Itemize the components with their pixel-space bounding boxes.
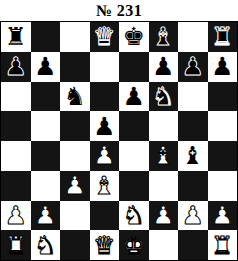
square-g7: ♟ bbox=[178, 52, 208, 82]
chess-board: ♜♛♚♝♜♟♟♟♟♟♞♟♞♟♟♝♝♟♝♟♟♞♟♟♟♜♞♛♚♜ bbox=[0, 21, 238, 261]
square-f8: ♝ bbox=[149, 22, 179, 52]
square-c8 bbox=[60, 22, 90, 52]
black-pawn-a7: ♟ bbox=[5, 54, 27, 79]
diagram-number-title: № 231 bbox=[0, 0, 238, 21]
square-h2: ♟ bbox=[208, 201, 238, 231]
square-f5 bbox=[149, 111, 179, 141]
square-a8: ♜ bbox=[1, 22, 31, 52]
chess-diagram-page: № 231 ♜♛♚♝♜♟♟♟♟♟♞♟♞♟♟♝♝♟♝♟♟♞♟♟♟♜♞♛♚♜ bbox=[0, 0, 238, 261]
square-d2 bbox=[90, 201, 120, 231]
black-pawn-h7: ♟ bbox=[211, 54, 233, 79]
square-g1 bbox=[178, 230, 208, 260]
square-h1: ♜ bbox=[208, 230, 238, 260]
square-b6 bbox=[31, 82, 61, 112]
square-d4: ♟ bbox=[90, 141, 120, 171]
square-d5: ♟ bbox=[90, 111, 120, 141]
square-f6: ♞ bbox=[149, 82, 179, 112]
black-pawn-f7: ♟ bbox=[152, 54, 174, 79]
white-pawn-c3: ♟ bbox=[64, 173, 86, 198]
square-a1: ♜ bbox=[1, 230, 31, 260]
square-g8 bbox=[178, 22, 208, 52]
square-f4: ♝ bbox=[149, 141, 179, 171]
black-bishop-g4: ♝ bbox=[182, 143, 204, 168]
square-b7: ♟ bbox=[31, 52, 61, 82]
black-pawn-b7: ♟ bbox=[34, 54, 56, 79]
square-c3: ♟ bbox=[60, 171, 90, 201]
square-a5 bbox=[1, 111, 31, 141]
black-queen-d8: ♛ bbox=[93, 24, 115, 49]
square-c1 bbox=[60, 230, 90, 260]
square-d8: ♛ bbox=[90, 22, 120, 52]
square-c7 bbox=[60, 52, 90, 82]
square-b2: ♟ bbox=[31, 201, 61, 231]
square-f2: ♟ bbox=[149, 201, 179, 231]
square-g6 bbox=[178, 82, 208, 112]
square-h6 bbox=[208, 82, 238, 112]
black-king-e8: ♚ bbox=[123, 24, 145, 49]
square-d7 bbox=[90, 52, 120, 82]
square-h7: ♟ bbox=[208, 52, 238, 82]
white-pawn-a2: ♟ bbox=[5, 203, 27, 228]
square-b4 bbox=[31, 141, 61, 171]
white-rook-h1: ♜ bbox=[211, 233, 233, 258]
square-a4 bbox=[1, 141, 31, 171]
white-pawn-g2: ♟ bbox=[182, 203, 204, 228]
black-rook-h8: ♜ bbox=[211, 24, 233, 49]
square-g4: ♝ bbox=[178, 141, 208, 171]
black-knight-f6: ♞ bbox=[152, 84, 174, 109]
square-h3 bbox=[208, 171, 238, 201]
white-bishop-f4: ♝ bbox=[152, 143, 174, 168]
black-knight-c6: ♞ bbox=[64, 84, 86, 109]
square-f3 bbox=[149, 171, 179, 201]
square-b3 bbox=[31, 171, 61, 201]
square-h4 bbox=[208, 141, 238, 171]
square-a6 bbox=[1, 82, 31, 112]
white-pawn-f2: ♟ bbox=[152, 203, 174, 228]
square-h5 bbox=[208, 111, 238, 141]
square-e8: ♚ bbox=[119, 22, 149, 52]
square-e5 bbox=[119, 111, 149, 141]
square-e3 bbox=[119, 171, 149, 201]
square-e7 bbox=[119, 52, 149, 82]
white-knight-b1: ♞ bbox=[34, 233, 56, 258]
square-e2: ♞ bbox=[119, 201, 149, 231]
square-a7: ♟ bbox=[1, 52, 31, 82]
square-a3 bbox=[1, 171, 31, 201]
square-d1: ♛ bbox=[90, 230, 120, 260]
square-e6: ♟ bbox=[119, 82, 149, 112]
square-g3 bbox=[178, 171, 208, 201]
white-knight-e2: ♞ bbox=[123, 203, 145, 228]
square-b5 bbox=[31, 111, 61, 141]
square-d3: ♝ bbox=[90, 171, 120, 201]
square-g5 bbox=[178, 111, 208, 141]
square-g2: ♟ bbox=[178, 201, 208, 231]
white-king-e1: ♚ bbox=[123, 233, 145, 258]
square-c6: ♞ bbox=[60, 82, 90, 112]
square-c5 bbox=[60, 111, 90, 141]
square-b8 bbox=[31, 22, 61, 52]
white-pawn-d4: ♟ bbox=[93, 143, 115, 168]
square-a2: ♟ bbox=[1, 201, 31, 231]
square-e4 bbox=[119, 141, 149, 171]
white-rook-a1: ♜ bbox=[5, 233, 27, 258]
black-pawn-g7: ♟ bbox=[182, 54, 204, 79]
white-pawn-b2: ♟ bbox=[34, 203, 56, 228]
square-c4 bbox=[60, 141, 90, 171]
white-queen-d1: ♛ bbox=[93, 233, 115, 258]
square-b1: ♞ bbox=[31, 230, 61, 260]
white-bishop-d3: ♝ bbox=[93, 173, 115, 198]
black-pawn-e6: ♟ bbox=[123, 84, 145, 109]
square-f7: ♟ bbox=[149, 52, 179, 82]
square-e1: ♚ bbox=[119, 230, 149, 260]
white-pawn-h2: ♟ bbox=[211, 203, 233, 228]
square-c2 bbox=[60, 201, 90, 231]
black-pawn-d5: ♟ bbox=[93, 114, 115, 139]
square-f1 bbox=[149, 230, 179, 260]
black-bishop-f8: ♝ bbox=[152, 24, 174, 49]
square-d6 bbox=[90, 82, 120, 112]
square-h8: ♜ bbox=[208, 22, 238, 52]
black-rook-a8: ♜ bbox=[5, 24, 27, 49]
